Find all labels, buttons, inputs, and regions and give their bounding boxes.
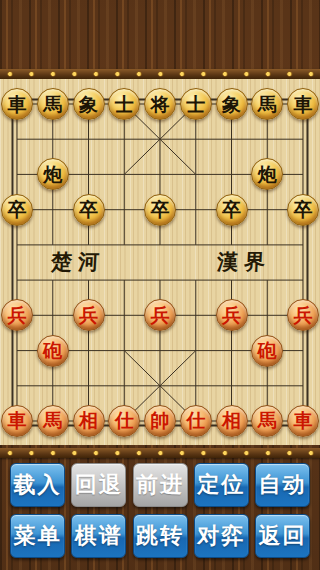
auto-button[interactable]: 自动 bbox=[255, 463, 310, 507]
stud-strip-top bbox=[0, 69, 320, 79]
river-label-chu-river: 楚河 bbox=[32, 248, 123, 276]
game-record-button[interactable]: 棋谱 bbox=[71, 514, 126, 558]
piece-black-馬[interactable]: 馬 bbox=[251, 88, 283, 120]
piece-red-帥[interactable]: 帥 bbox=[144, 405, 176, 437]
piece-black-象[interactable]: 象 bbox=[216, 88, 248, 120]
piece-black-士[interactable]: 士 bbox=[180, 88, 212, 120]
load-button[interactable]: 载入 bbox=[10, 463, 65, 507]
jump-button[interactable]: 跳转 bbox=[133, 514, 188, 558]
piece-red-車[interactable]: 車 bbox=[287, 405, 319, 437]
piece-black-車[interactable]: 車 bbox=[1, 88, 33, 120]
piece-red-砲[interactable]: 砲 bbox=[251, 335, 283, 367]
piece-red-相[interactable]: 相 bbox=[216, 405, 248, 437]
piece-black-卒[interactable]: 卒 bbox=[1, 194, 33, 226]
piece-black-将[interactable]: 将 bbox=[144, 88, 176, 120]
piece-black-卒[interactable]: 卒 bbox=[216, 194, 248, 226]
play-button[interactable]: 对弈 bbox=[194, 514, 249, 558]
menu-button[interactable]: 菜单 bbox=[10, 514, 65, 558]
piece-red-砲[interactable]: 砲 bbox=[37, 335, 69, 367]
back-button[interactable]: 返回 bbox=[255, 514, 310, 558]
forward-button[interactable]: 前进 bbox=[133, 463, 188, 507]
piece-black-卒[interactable]: 卒 bbox=[73, 194, 105, 226]
piece-red-馬[interactable]: 馬 bbox=[37, 405, 69, 437]
undo-button[interactable]: 回退 bbox=[71, 463, 126, 507]
locate-button[interactable]: 定位 bbox=[194, 463, 249, 507]
piece-red-相[interactable]: 相 bbox=[73, 405, 105, 437]
toolbar-row-2: 菜单 棋谱 跳转 对弈 返回 bbox=[0, 514, 320, 556]
piece-black-馬[interactable]: 馬 bbox=[37, 88, 69, 120]
piece-red-兵[interactable]: 兵 bbox=[73, 299, 105, 331]
piece-black-象[interactable]: 象 bbox=[73, 88, 105, 120]
piece-black-卒[interactable]: 卒 bbox=[287, 194, 319, 226]
stud-strip-bottom bbox=[0, 448, 320, 458]
piece-red-馬[interactable]: 馬 bbox=[251, 405, 283, 437]
piece-red-仕[interactable]: 仕 bbox=[180, 405, 212, 437]
river-label-han-border: 漢界 bbox=[198, 248, 289, 276]
piece-red-車[interactable]: 車 bbox=[1, 405, 33, 437]
piece-red-仕[interactable]: 仕 bbox=[108, 405, 140, 437]
toolbar-row-1: 载入 回退 前进 定位 自动 bbox=[0, 463, 320, 505]
piece-black-士[interactable]: 士 bbox=[108, 88, 140, 120]
xiangqi-app-screen: 楚河 漢界 車馬象士将士象馬車炮炮卒卒卒卒卒兵兵兵兵兵砲砲車馬相仕帥仕相馬車 载… bbox=[0, 0, 320, 570]
piece-black-炮[interactable]: 炮 bbox=[37, 158, 69, 190]
xiangqi-board[interactable]: 楚河 漢界 車馬象士将士象馬車炮炮卒卒卒卒卒兵兵兵兵兵砲砲車馬相仕帥仕相馬車 bbox=[0, 79, 320, 445]
piece-black-車[interactable]: 車 bbox=[287, 88, 319, 120]
piece-black-卒[interactable]: 卒 bbox=[144, 194, 176, 226]
piece-red-兵[interactable]: 兵 bbox=[216, 299, 248, 331]
